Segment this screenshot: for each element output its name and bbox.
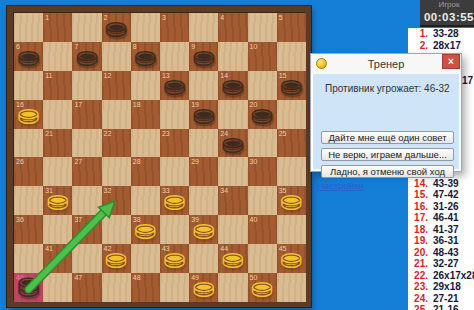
move-text: 41-37: [433, 224, 459, 235]
light-square: [277, 100, 306, 129]
square-39[interactable]: 39⛂: [189, 215, 218, 244]
square-13[interactable]: 13⛂: [160, 71, 189, 100]
square-37[interactable]: 37: [72, 215, 101, 244]
board-grid: 12⛂3456⛂7⛂8⛂9⛂10111213⛂14⛂15⛂16⛂171819⛂2…: [13, 12, 305, 301]
yellow-man-piece[interactable]: ⛂: [160, 186, 189, 215]
square-number: 28: [133, 158, 141, 166]
move-number: 17.: [408, 212, 428, 223]
move-row[interactable]: 23.29x18: [408, 281, 474, 293]
light-square: [218, 100, 247, 129]
light-square: [248, 71, 277, 100]
square-number: 11: [45, 72, 52, 80]
move-text: 31-26: [433, 201, 459, 212]
square-15[interactable]: 15⛂: [277, 71, 306, 100]
square-number: 23: [162, 130, 170, 138]
light-square: [72, 13, 101, 42]
square-8[interactable]: 8⛂: [131, 42, 160, 71]
square-number: 27: [74, 158, 82, 166]
light-square: [14, 13, 43, 42]
light-square: [131, 71, 160, 100]
square-number: 26: [16, 158, 24, 166]
undo-move-button[interactable]: Ладно, я отменю свой ход: [321, 165, 454, 178]
square-41[interactable]: 41: [43, 244, 72, 273]
move-number: 18.: [408, 224, 428, 235]
light-square: [189, 71, 218, 100]
move-row[interactable]: 25.21-16: [408, 304, 474, 310]
light-square: [160, 100, 189, 129]
square-number: 3: [162, 14, 166, 22]
yellow-man-piece[interactable]: ⛂: [14, 100, 43, 129]
light-square: [72, 186, 101, 215]
square-18[interactable]: 18: [131, 100, 160, 129]
light-square: [43, 42, 72, 71]
square-45[interactable]: 45⛂: [277, 244, 306, 273]
square-24[interactable]: 24⛂: [218, 129, 247, 158]
move-row[interactable]: 2.28x17: [408, 40, 474, 52]
light-square: [277, 215, 306, 244]
yellow-man-piece[interactable]: ⛂: [277, 186, 306, 215]
light-square: [218, 215, 247, 244]
move-row[interactable]: 16.31-26: [408, 201, 474, 213]
light-square: [189, 244, 218, 273]
square-49[interactable]: 49⛂: [189, 273, 218, 302]
move-row[interactable]: 18.41-37: [408, 224, 474, 236]
square-number: 36: [16, 216, 24, 224]
square-19[interactable]: 19⛂: [189, 100, 218, 129]
yellow-man-piece[interactable]: ⛂: [43, 186, 72, 215]
move-text: 46-41: [433, 212, 459, 223]
square-number: 21: [45, 130, 53, 138]
clock-time-value: 00:03:55: [420, 10, 474, 24]
move-text: 47-42: [433, 189, 459, 200]
square-number: 22: [104, 130, 112, 138]
light-square: [160, 215, 189, 244]
move-text-fragment: 17: [462, 75, 473, 86]
dark-king-piece[interactable]: ⛃: [14, 273, 43, 302]
smiley-ball-icon: [316, 58, 327, 69]
light-square: [189, 13, 218, 42]
light-square: [189, 186, 218, 215]
square-30[interactable]: 30: [248, 157, 277, 186]
clock-player-label: Игрок: [420, 0, 474, 10]
player-clock: Игрок 00:03:55: [420, 0, 474, 27]
light-square: [131, 244, 160, 273]
light-square: [102, 100, 131, 129]
light-square: [72, 129, 101, 158]
dark-man-piece[interactable]: ⛂: [277, 71, 306, 100]
move-number: 19.: [408, 235, 428, 246]
dialog-body: Противник угрожает: 46-32 Дайте мне ещё …: [313, 74, 459, 169]
move-row[interactable]: 14.43-39: [408, 178, 474, 190]
square-32[interactable]: 32: [102, 186, 131, 215]
dark-man-piece[interactable]: ⛂: [131, 42, 160, 71]
move-text: 48-43: [433, 247, 459, 258]
light-square: [72, 244, 101, 273]
square-46[interactable]: 46⛃: [14, 273, 43, 302]
close-icon[interactable]: ×: [442, 54, 460, 69]
dark-man-piece[interactable]: ⛂: [218, 129, 247, 158]
square-47[interactable]: 47: [72, 273, 101, 302]
square-33[interactable]: 33⛂: [160, 186, 189, 215]
square-number: 5: [279, 14, 283, 22]
square-44[interactable]: 44⛂: [218, 244, 247, 273]
move-text: 26x17x28: [433, 270, 474, 281]
square-number: 48: [133, 274, 141, 282]
square-number: 12: [104, 72, 112, 80]
move-text: 43-39: [433, 178, 459, 189]
dark-man-piece[interactable]: ⛂: [160, 71, 189, 100]
square-20[interactable]: 20⛂: [248, 100, 277, 129]
move-text: 32-27: [433, 258, 459, 269]
square-22[interactable]: 22: [102, 129, 131, 158]
square-26[interactable]: 26: [14, 157, 43, 186]
square-21[interactable]: 21: [43, 129, 72, 158]
light-square: [43, 157, 72, 186]
square-50[interactable]: 50⛂: [248, 273, 277, 302]
light-square: [102, 157, 131, 186]
square-28[interactable]: 28: [131, 157, 160, 186]
light-square: [131, 129, 160, 158]
square-number: 30: [250, 158, 258, 166]
square-27[interactable]: 27: [72, 157, 101, 186]
light-square: [43, 215, 72, 244]
dark-man-piece[interactable]: ⛂: [189, 42, 218, 71]
square-25[interactable]: 25: [277, 129, 306, 158]
square-number: 32: [104, 187, 112, 195]
square-number: 47: [74, 274, 82, 282]
light-square: [160, 273, 189, 302]
move-number: 15.: [408, 189, 428, 200]
square-number: 4: [220, 14, 224, 22]
dark-man-piece[interactable]: ⛂: [248, 100, 277, 129]
square-42[interactable]: 42⛂: [102, 244, 131, 273]
light-square: [160, 157, 189, 186]
yellow-man-piece[interactable]: ⛂: [248, 273, 277, 302]
square-29[interactable]: 29: [189, 157, 218, 186]
yellow-man-piece[interactable]: ⛂: [131, 215, 160, 244]
square-number: 40: [250, 216, 258, 224]
move-number: 16.: [408, 201, 428, 212]
light-square: [218, 157, 247, 186]
move-text: 21-16: [433, 304, 459, 310]
move-number: 23.: [408, 281, 428, 292]
light-square: [277, 273, 306, 302]
dialog-title-bar[interactable]: Тренер ×: [311, 54, 461, 74]
move-row[interactable]: 17.46-41: [408, 212, 474, 224]
square-4[interactable]: 4: [218, 13, 247, 42]
move-number: 21.: [408, 258, 428, 269]
light-square: [248, 244, 277, 273]
square-36[interactable]: 36: [14, 215, 43, 244]
move-text: 28x17: [433, 40, 461, 51]
draughts-board: 12⛂3456⛂7⛂8⛂9⛂10111213⛂14⛂15⛂16⛂171819⛂2…: [7, 6, 311, 307]
light-square: [72, 71, 101, 100]
square-1[interactable]: 1: [43, 13, 72, 42]
square-38[interactable]: 38⛂: [131, 215, 160, 244]
move-row[interactable]: 21.32-27: [408, 258, 474, 270]
light-square: [14, 129, 43, 158]
move-row[interactable]: 22.26x17x28: [408, 270, 474, 282]
light-square: [248, 186, 277, 215]
light-square: [14, 244, 43, 273]
move-row[interactable]: 24.27-21: [408, 293, 474, 305]
advice-button[interactable]: Дайте мне ещё один совет: [321, 131, 454, 144]
square-14[interactable]: 14⛂: [218, 71, 247, 100]
dark-man-piece[interactable]: ⛂: [102, 13, 131, 42]
dark-man-piece[interactable]: ⛂: [218, 71, 247, 100]
square-12[interactable]: 12: [102, 71, 131, 100]
light-square: [131, 13, 160, 42]
light-square: [131, 186, 160, 215]
dialog-title: Тренер: [311, 54, 461, 74]
light-square: [102, 215, 131, 244]
move-text: 33-28: [433, 28, 459, 39]
square-40[interactable]: 40: [248, 215, 277, 244]
square-16[interactable]: 16⛂: [14, 100, 43, 129]
trainer-dialog: Тренер × Противник угрожает: 46-32 Дайте…: [310, 53, 462, 172]
square-10[interactable]: 10: [248, 42, 277, 71]
move-number: 1.: [408, 28, 428, 39]
square-number: 37: [74, 216, 82, 224]
threat-message: Противник угрожает: 46-32: [325, 83, 450, 94]
square-9[interactable]: 9⛂: [189, 42, 218, 71]
move-text: 36-31: [433, 235, 459, 246]
square-number: 29: [191, 158, 199, 166]
square-17[interactable]: 17: [72, 100, 101, 129]
move-number: 2.: [408, 40, 428, 51]
square-31[interactable]: 31⛂: [43, 186, 72, 215]
square-2[interactable]: 2⛂: [102, 13, 131, 42]
square-43[interactable]: 43⛂: [160, 244, 189, 273]
move-number: 24.: [408, 293, 428, 304]
light-square: [160, 42, 189, 71]
square-number: 17: [74, 101, 82, 109]
settings-link[interactable]: Настройки: [317, 180, 364, 191]
yellow-man-piece[interactable]: ⛂: [218, 244, 247, 273]
desktop-background: 12⛂3456⛂7⛂8⛂9⛂10111213⛂14⛂15⛂16⛂171819⛂2…: [0, 0, 474, 310]
move-number: 25.: [408, 304, 428, 310]
light-square: [102, 42, 131, 71]
move-row[interactable]: 19.36-31: [408, 235, 474, 247]
square-number: 41: [45, 245, 53, 253]
light-square: [14, 186, 43, 215]
light-square: [277, 42, 306, 71]
move-row[interactable]: 15.47-42: [408, 189, 474, 201]
yellow-man-piece[interactable]: ⛂: [189, 273, 218, 302]
light-square: [43, 273, 72, 302]
square-number: 1: [45, 14, 49, 22]
light-square: [218, 42, 247, 71]
square-35[interactable]: 35⛂: [277, 186, 306, 215]
light-square: [277, 157, 306, 186]
move-number: 20.: [408, 247, 428, 258]
square-number: 34: [220, 187, 228, 195]
light-square: [248, 129, 277, 158]
square-number: 10: [250, 43, 258, 51]
yellow-man-piece[interactable]: ⛂: [102, 244, 131, 273]
dark-man-piece[interactable]: ⛂: [189, 100, 218, 129]
continue-button[interactable]: Не верю, играем дальше...: [321, 148, 454, 161]
move-text: 29x18: [433, 281, 461, 292]
dark-man-piece[interactable]: ⛂: [14, 42, 43, 71]
light-square: [248, 13, 277, 42]
move-text: 27-21: [433, 293, 459, 304]
square-number: 25: [279, 130, 287, 138]
move-row[interactable]: 1.33-28: [408, 28, 474, 40]
yellow-man-piece[interactable]: ⛂: [160, 244, 189, 273]
move-number: 22.: [408, 270, 428, 281]
square-6[interactable]: 6⛂: [14, 42, 43, 71]
square-23[interactable]: 23: [160, 129, 189, 158]
dark-man-piece[interactable]: ⛂: [72, 42, 101, 71]
yellow-man-piece[interactable]: ⛂: [189, 215, 218, 244]
square-number: 18: [133, 101, 141, 109]
yellow-man-piece[interactable]: ⛂: [277, 244, 306, 273]
square-7[interactable]: 7⛂: [72, 42, 101, 71]
move-row[interactable]: 20.48-43: [408, 247, 474, 259]
light-square: [14, 71, 43, 100]
move-number: 14.: [408, 178, 428, 189]
square-48[interactable]: 48: [131, 273, 160, 302]
light-square: [218, 273, 247, 302]
square-3[interactable]: 3: [160, 13, 189, 42]
square-34[interactable]: 34: [218, 186, 247, 215]
light-square: [43, 100, 72, 129]
light-square: [189, 129, 218, 158]
square-11[interactable]: 11: [43, 71, 72, 100]
light-square: [102, 273, 131, 302]
square-5[interactable]: 5: [277, 13, 306, 42]
